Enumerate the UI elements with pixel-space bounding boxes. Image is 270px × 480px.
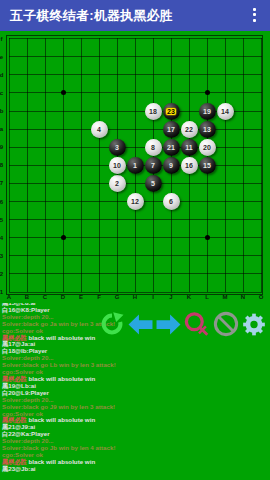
row-label: 7: [0, 180, 6, 186]
row-label: b: [0, 108, 6, 114]
stone-10: 10: [109, 157, 126, 174]
grid-line-h: [9, 56, 262, 57]
gomoku-board[interactable]: ABCDEFGHIJKLMNO123456789abcdef1234567891…: [0, 31, 270, 303]
col-label: D: [59, 294, 67, 300]
star-point: [61, 235, 66, 240]
stone-6: 6: [163, 193, 180, 210]
stone-3: 3: [109, 139, 126, 156]
star-point: [205, 90, 210, 95]
col-label: J: [167, 294, 175, 300]
grid-line-h: [9, 74, 262, 75]
col-label: K: [185, 294, 193, 300]
row-label: 9: [0, 144, 6, 150]
stone-23: 23: [163, 103, 180, 120]
row-label: 6: [0, 199, 6, 205]
log-panel: 黑15@L8:ai白16@K8:PlayerSolver:depth 20...…: [0, 303, 270, 480]
col-label: M: [221, 294, 229, 300]
stone-12: 12: [127, 193, 144, 210]
arrow-left-icon: [128, 314, 153, 335]
col-label: L: [203, 294, 211, 300]
title-bar: 五子棋终结者:机器执黑必胜: [0, 0, 270, 31]
grid-line-v: [243, 38, 244, 292]
stone-22: 22: [181, 121, 198, 138]
stone-15: 15: [199, 157, 216, 174]
row-label: 5: [0, 217, 6, 223]
stone-9: 9: [163, 157, 180, 174]
app-screen: 五子棋终结者:机器执黑必胜 ABCDEFGHIJKLMNO123456789ab…: [0, 0, 270, 480]
restart-button[interactable]: [99, 310, 125, 338]
col-label: H: [131, 294, 139, 300]
row-label: 2: [0, 271, 6, 277]
stone-5: 5: [145, 175, 162, 192]
col-label: E: [77, 294, 85, 300]
stone-14: 14: [217, 103, 234, 120]
prohibited-icon: [213, 311, 239, 337]
row-label: a: [0, 126, 6, 132]
log-line: 黑棋必胜 black will absolute win: [2, 376, 270, 383]
row-label: 8: [0, 162, 6, 168]
grid-line-h: [9, 38, 262, 39]
stone-21: 21: [163, 139, 180, 156]
log-line: 黑棋必胜 black will absolute win: [2, 459, 270, 466]
col-label: I: [149, 294, 157, 300]
stone-7: 7: [145, 157, 162, 174]
row-label: d: [0, 72, 6, 78]
overflow-menu-icon[interactable]: [253, 8, 257, 22]
analyze-button[interactable]: [184, 310, 210, 338]
grid-line-v: [225, 38, 226, 292]
stone-2: 2: [109, 175, 126, 192]
col-label: B: [23, 294, 31, 300]
stone-4: 4: [91, 121, 108, 138]
stone-20: 20: [199, 139, 216, 156]
settings-button[interactable]: [241, 310, 267, 338]
row-label: f: [0, 36, 6, 42]
stone-16: 16: [181, 157, 198, 174]
redo-button[interactable]: [156, 310, 182, 338]
row-label: 4: [0, 235, 6, 241]
magnifier-icon: [184, 311, 210, 338]
log-line: 黑23@Jb:ai: [2, 466, 270, 473]
stone-19: 19: [199, 103, 216, 120]
row-label: 1: [0, 289, 6, 295]
stone-8: 8: [145, 139, 162, 156]
star-point: [205, 235, 210, 240]
grid-line-v: [261, 38, 262, 292]
col-label: C: [41, 294, 49, 300]
toolbar: [99, 308, 267, 340]
row-label: e: [0, 54, 6, 60]
stone-11: 11: [181, 139, 198, 156]
app-title: 五子棋终结者:机器执黑必胜: [10, 7, 173, 25]
stone-17: 17: [163, 121, 180, 138]
stone-13: 13: [199, 121, 216, 138]
block-button[interactable]: [213, 310, 239, 338]
row-label: c: [0, 90, 6, 96]
row-label: 3: [0, 253, 6, 259]
col-label: O: [257, 294, 265, 300]
log-line: 黑棋必胜 black will absolute win: [2, 417, 270, 424]
gear-icon: [241, 311, 267, 338]
stone-18: 18: [145, 103, 162, 120]
refresh-icon: [100, 312, 124, 336]
stone-1: 1: [127, 157, 144, 174]
col-label: N: [239, 294, 247, 300]
col-label: F: [95, 294, 103, 300]
undo-button[interactable]: [127, 310, 153, 338]
col-label: A: [5, 294, 13, 300]
col-label: G: [113, 294, 121, 300]
star-point: [61, 90, 66, 95]
arrow-right-icon: [156, 314, 181, 335]
